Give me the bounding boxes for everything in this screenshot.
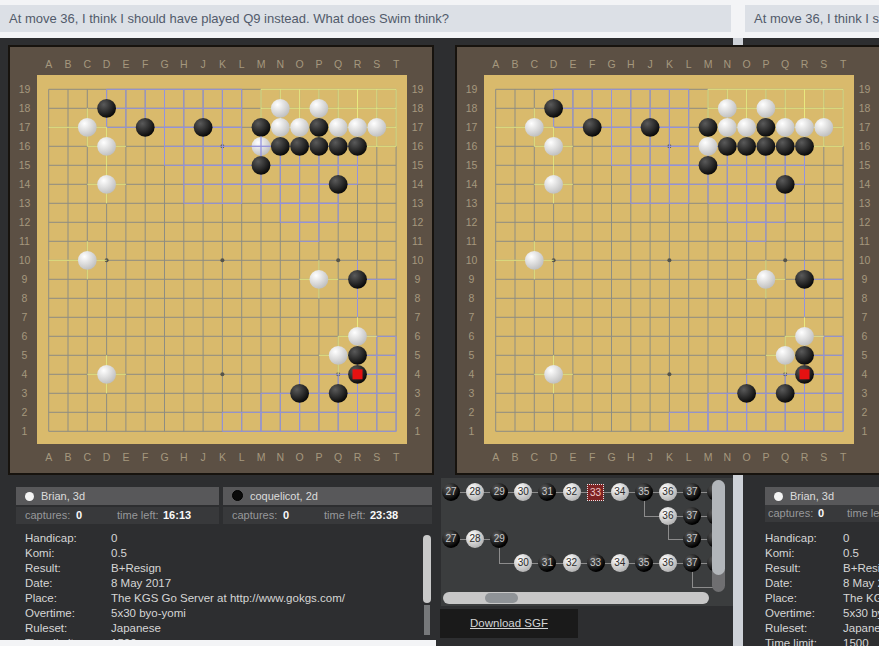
svg-text:1: 1 (22, 425, 28, 437)
game-info-row: Place:The KGS Go Server at http://www.go… (765, 591, 879, 606)
tree-node-28[interactable]: 28 (466, 483, 484, 501)
svg-text:3: 3 (862, 387, 868, 399)
svg-text:18: 18 (19, 102, 31, 114)
svg-text:15: 15 (19, 159, 31, 171)
stone-white-O17 (290, 118, 309, 137)
time-left-label: time left: (847, 505, 879, 522)
stone-black-P17 (757, 118, 776, 137)
goban-board-1[interactable]: AABBCCDDEEFFGGHHJJKKLLMMNNOOPPQQRRSSTT19… (8, 45, 434, 475)
svg-text:17: 17 (466, 121, 478, 133)
download-sgf-button[interactable]: Download SGF (440, 609, 578, 638)
stone-white-N18 (718, 99, 737, 118)
tree-node-36[interactable]: 36 (659, 507, 677, 525)
white-player-bar-post2: Brian, 3d (765, 487, 879, 505)
white-player-name: Brian, 3d (41, 490, 85, 502)
svg-text:R: R (801, 451, 809, 463)
stone-black-P16 (310, 137, 329, 156)
svg-text:11: 11 (859, 235, 870, 247)
svg-text:C: C (84, 451, 92, 463)
svg-text:2: 2 (862, 406, 868, 418)
svg-text:Q: Q (334, 451, 342, 463)
tree-node-37[interactable]: 37 (683, 554, 701, 572)
svg-text:C: C (84, 58, 92, 70)
stone-white-N18 (271, 99, 290, 118)
svg-text:1: 1 (469, 425, 475, 437)
tree-node-33[interactable]: 33 (587, 484, 604, 501)
svg-text:5: 5 (862, 349, 868, 361)
game-info-row: Place:The KGS Go Server at http://www.go… (25, 591, 417, 606)
svg-text:12: 12 (19, 216, 31, 228)
svg-text:15: 15 (412, 159, 424, 171)
svg-text:T: T (393, 58, 400, 70)
tree-node-29[interactable]: 29 (490, 483, 508, 501)
svg-text:N: N (277, 451, 285, 463)
svg-text:6: 6 (415, 330, 421, 342)
svg-text:L: L (239, 451, 245, 463)
svg-text:N: N (277, 58, 285, 70)
svg-text:13: 13 (19, 197, 31, 209)
stone-black-P16 (757, 137, 776, 156)
black-time-value: 23:38 (370, 507, 398, 524)
game-info-row: Komi:0.5 (25, 546, 417, 561)
captures-label: captures: (25, 507, 70, 524)
svg-text:R: R (354, 451, 362, 463)
game-info-row: Time limit:1500 (765, 636, 879, 646)
svg-text:J: J (647, 451, 652, 463)
svg-text:12: 12 (466, 216, 478, 228)
tree-node-35[interactable]: 35 (635, 554, 653, 572)
svg-text:H: H (627, 451, 635, 463)
game-info-row: Date:8 May 2017 (765, 576, 879, 591)
svg-text:7: 7 (469, 311, 475, 323)
svg-text:2: 2 (22, 406, 28, 418)
svg-text:G: G (160, 451, 168, 463)
svg-text:8: 8 (862, 292, 868, 304)
svg-text:H: H (180, 58, 188, 70)
black-captures-value: 0 (283, 507, 289, 524)
stone-white-P9 (310, 270, 329, 289)
svg-text:15: 15 (859, 159, 871, 171)
svg-text:11: 11 (19, 235, 30, 247)
comment-bar-left: At move 36, I think I should have played… (0, 5, 731, 32)
stone-white-C17 (78, 118, 97, 137)
game-info-list: Handicap:0Komi:0.5Result:B+ResignDate:8 … (25, 531, 417, 640)
tree-node-33[interactable]: 33 (587, 554, 605, 572)
stone-white-R6 (795, 327, 814, 346)
stone-white-R17 (348, 118, 367, 137)
svg-text:17: 17 (19, 121, 31, 133)
svg-text:E: E (122, 58, 129, 70)
svg-text:J: J (200, 58, 205, 70)
svg-text:F: F (142, 451, 148, 463)
svg-text:R: R (354, 58, 362, 70)
svg-text:7: 7 (862, 311, 868, 323)
svg-text:11: 11 (412, 235, 423, 247)
svg-text:B: B (511, 58, 518, 70)
black-player-name: coquelicot, 2d (250, 490, 318, 502)
svg-text:E: E (122, 451, 129, 463)
svg-text:D: D (103, 58, 111, 70)
svg-text:19: 19 (466, 83, 478, 95)
stone-black-Q14 (329, 175, 348, 194)
svg-text:B: B (511, 451, 518, 463)
stone-black-Q3 (329, 384, 348, 403)
svg-text:5: 5 (469, 349, 475, 361)
svg-text:B: B (64, 58, 71, 70)
svg-text:D: D (550, 451, 558, 463)
stone-white-R17 (795, 118, 814, 137)
game-info-row: Komi:0.5 (765, 546, 879, 561)
svg-text:M: M (704, 58, 713, 70)
white-captures-row-post2: captures: 0 time left: (765, 505, 879, 522)
svg-text:3: 3 (469, 387, 475, 399)
tree-node-31[interactable]: 31 (538, 554, 556, 572)
stone-white-Q17 (329, 118, 348, 137)
stone-black-R9 (348, 270, 367, 289)
game-info-row: Result:B+Resign (25, 561, 417, 576)
svg-text:7: 7 (415, 311, 421, 323)
svg-text:P: P (762, 451, 769, 463)
svg-text:R: R (801, 58, 809, 70)
stone-black-O16 (737, 137, 756, 156)
svg-text:9: 9 (415, 273, 421, 285)
game-info-row: Result:B+Resign (765, 561, 879, 576)
black-stone-icon (232, 490, 243, 501)
svg-text:18: 18 (466, 102, 478, 114)
comment-text-right: At move 36, I think I s (754, 11, 879, 26)
tree-horizontal-scrollbar[interactable] (443, 592, 709, 604)
stone-black-N16 (718, 137, 737, 156)
stone-black-Q14 (776, 175, 795, 194)
svg-text:O: O (296, 451, 304, 463)
tree-node-36[interactable]: 36 (659, 483, 677, 501)
stone-black-F17 (136, 118, 155, 137)
svg-text:S: S (373, 58, 380, 70)
svg-text:P: P (315, 58, 322, 70)
svg-text:M: M (704, 451, 713, 463)
stone-black-Q16 (776, 137, 795, 156)
svg-text:O: O (296, 58, 304, 70)
goban-board-2[interactable]: AABBCCDDEEFFGGHHJJKKLLMMNNOOPPQQRRSSTT19… (455, 45, 879, 475)
tree-node-30[interactable]: 30 (514, 483, 532, 501)
svg-text:Q: Q (781, 58, 789, 70)
black-captures-row: captures: 0 time left: 23:38 (223, 507, 432, 524)
svg-text:O: O (743, 58, 751, 70)
svg-text:M: M (257, 451, 266, 463)
svg-text:10: 10 (466, 254, 478, 266)
svg-text:16: 16 (859, 140, 871, 152)
svg-text:Q: Q (781, 451, 789, 463)
stone-black-O16 (290, 137, 309, 156)
svg-text:H: H (627, 58, 635, 70)
stone-white-C10 (78, 251, 97, 270)
svg-text:8: 8 (415, 292, 421, 304)
svg-text:C: C (531, 58, 539, 70)
svg-text:F: F (589, 58, 595, 70)
black-player-bar: coquelicot, 2d (223, 487, 432, 505)
stone-white-N17 (271, 118, 290, 137)
svg-text:K: K (219, 58, 226, 70)
game-info-row: Ruleset:Japanese (765, 621, 879, 636)
svg-text:9: 9 (862, 273, 868, 285)
tree-vertical-scrollbar[interactable] (712, 480, 725, 592)
stone-black-F17 (583, 118, 602, 137)
white-time-value: 16:13 (163, 507, 191, 524)
svg-text:L: L (686, 58, 692, 70)
svg-text:T: T (393, 451, 400, 463)
stone-black-O3 (290, 384, 309, 403)
svg-text:14: 14 (859, 178, 871, 190)
tree-node-36[interactable]: 36 (659, 554, 677, 572)
svg-text:G: G (160, 58, 168, 70)
svg-text:10: 10 (19, 254, 31, 266)
tree-node-37[interactable]: 37 (683, 483, 701, 501)
svg-text:13: 13 (412, 197, 424, 209)
stone-black-R5 (795, 346, 814, 365)
svg-text:A: A (492, 451, 499, 463)
svg-text:12: 12 (859, 216, 871, 228)
svg-text:S: S (373, 451, 380, 463)
svg-text:1: 1 (862, 425, 868, 437)
stone-black-M15 (699, 156, 718, 175)
white-stone-icon (774, 492, 783, 501)
svg-text:10: 10 (859, 254, 871, 266)
svg-text:10: 10 (412, 254, 424, 266)
svg-text:L: L (686, 451, 692, 463)
svg-text:4: 4 (22, 368, 28, 380)
svg-text:H: H (180, 451, 188, 463)
download-sgf-label[interactable]: Download SGF (470, 617, 548, 629)
tree-vscroll-thumb[interactable] (712, 480, 725, 575)
svg-text:19: 19 (859, 83, 871, 95)
stone-white-D16 (544, 137, 563, 156)
svg-text:3: 3 (415, 387, 421, 399)
tree-connector (644, 500, 645, 516)
game-info-row: Handicap:0 (765, 531, 879, 546)
svg-text:11: 11 (466, 235, 477, 247)
stone-black-J17 (641, 118, 660, 137)
tree-node-32[interactable]: 32 (563, 483, 581, 501)
svg-text:A: A (492, 58, 499, 70)
white-captures-row: captures: 0 time left: 16:13 (16, 507, 219, 524)
svg-text:E: E (569, 451, 576, 463)
svg-text:13: 13 (466, 197, 478, 209)
stone-black-D18 (544, 99, 563, 118)
svg-text:T: T (840, 451, 847, 463)
svg-text:T: T (840, 58, 847, 70)
svg-text:Q: Q (334, 58, 342, 70)
stone-white-S17 (814, 118, 833, 137)
stone-white-M16 (699, 137, 718, 156)
tree-connector (692, 571, 693, 587)
stone-white-D14 (97, 175, 116, 194)
svg-text:J: J (200, 451, 205, 463)
svg-text:6: 6 (22, 330, 28, 342)
stone-white-P18 (757, 99, 776, 118)
comment-text-left: At move 36, I think I should have played… (9, 11, 449, 26)
tree-connector (499, 547, 500, 563)
game-info-row: Handicap:0 (25, 531, 417, 546)
svg-text:N: N (724, 451, 732, 463)
svg-text:L: L (239, 58, 245, 70)
stone-black-R9 (795, 270, 814, 289)
stone-white-R6 (348, 327, 367, 346)
svg-text:8: 8 (469, 292, 475, 304)
svg-text:19: 19 (19, 83, 31, 95)
white-captures-value: 0 (76, 507, 82, 524)
svg-text:G: G (607, 451, 615, 463)
last-move-marker (800, 369, 810, 379)
svg-text:M: M (257, 58, 266, 70)
captures-label: captures: (232, 507, 277, 524)
svg-text:A: A (45, 451, 52, 463)
svg-text:18: 18 (859, 102, 871, 114)
stone-white-D16 (97, 137, 116, 156)
svg-text:P: P (315, 451, 322, 463)
svg-text:5: 5 (415, 349, 421, 361)
svg-text:13: 13 (859, 197, 871, 209)
svg-text:B: B (64, 451, 71, 463)
white-captures-value: 0 (818, 505, 824, 522)
stone-white-D4 (544, 365, 563, 384)
svg-text:14: 14 (19, 178, 31, 190)
svg-text:D: D (103, 451, 111, 463)
stone-black-D18 (97, 99, 116, 118)
svg-text:7: 7 (22, 311, 28, 323)
stone-black-M15 (252, 156, 271, 175)
tree-node-28[interactable]: 28 (466, 530, 484, 548)
svg-text:9: 9 (22, 273, 28, 285)
tree-node-32[interactable]: 32 (563, 554, 581, 572)
game-info-row: Time limit:1500 (25, 636, 417, 640)
svg-text:F: F (142, 58, 148, 70)
svg-text:N: N (724, 58, 732, 70)
svg-text:12: 12 (412, 216, 424, 228)
svg-text:A: A (45, 58, 52, 70)
stone-black-O3 (737, 384, 756, 403)
svg-text:15: 15 (466, 159, 478, 171)
white-player-name: Brian, 3d (790, 490, 834, 502)
tree-node-37[interactable]: 37 (683, 507, 701, 525)
time-left-label: time left: (324, 507, 366, 524)
white-stone-icon (25, 492, 34, 501)
svg-text:4: 4 (469, 368, 475, 380)
info-scrollbar[interactable] (423, 535, 431, 635)
stone-black-Q16 (329, 137, 348, 156)
game-info-row: Overtime:5x30 byo-yomi (765, 606, 879, 621)
svg-text:O: O (743, 451, 751, 463)
tree-hscroll-thumb[interactable] (485, 593, 518, 603)
tree-node-27[interactable]: 27 (442, 530, 460, 548)
stone-white-P9 (757, 270, 776, 289)
stone-black-N16 (271, 137, 290, 156)
comment-bar-right: At move 36, I think I s (745, 5, 879, 32)
stone-black-R16 (795, 137, 814, 156)
white-player-bar: Brian, 3d (16, 487, 219, 505)
game-info-row: Date:8 May 2017 (25, 576, 417, 591)
svg-text:S: S (820, 58, 827, 70)
tree-node-31[interactable]: 31 (538, 483, 556, 501)
stone-white-N17 (718, 118, 737, 137)
game-info-list-post2: Handicap:0Komi:0.5Result:B+ResignDate:8 … (765, 531, 879, 646)
stone-black-J17 (194, 118, 213, 137)
svg-text:8: 8 (22, 292, 28, 304)
stone-white-Q17 (776, 118, 795, 137)
stone-white-P18 (310, 99, 329, 118)
svg-text:1: 1 (415, 425, 421, 437)
game-info-row: Overtime:5x30 byo-yomi (25, 606, 417, 621)
stone-white-O17 (737, 118, 756, 137)
tree-node-29[interactable]: 29 (490, 530, 508, 548)
svg-text:9: 9 (469, 273, 475, 285)
stone-white-Q5 (776, 346, 795, 365)
svg-text:16: 16 (412, 140, 424, 152)
stone-black-P17 (310, 118, 329, 137)
info-scrollbar-thumb[interactable] (423, 535, 431, 603)
last-move-marker (353, 369, 363, 379)
tree-node-34[interactable]: 34 (611, 554, 629, 572)
tree-node-27[interactable]: 27 (442, 483, 460, 501)
tree-node-30[interactable]: 30 (514, 554, 532, 572)
svg-text:18: 18 (412, 102, 424, 114)
stone-white-Q5 (329, 346, 348, 365)
svg-text:E: E (569, 58, 576, 70)
svg-text:D: D (550, 58, 558, 70)
svg-text:17: 17 (412, 121, 424, 133)
svg-text:16: 16 (466, 140, 478, 152)
svg-text:4: 4 (862, 368, 868, 380)
svg-text:S: S (820, 451, 827, 463)
stone-white-D4 (97, 365, 116, 384)
svg-text:17: 17 (859, 121, 871, 133)
svg-text:16: 16 (19, 140, 31, 152)
svg-text:4: 4 (415, 368, 421, 380)
svg-text:K: K (219, 451, 226, 463)
svg-text:19: 19 (412, 83, 424, 95)
svg-text:P: P (762, 58, 769, 70)
svg-text:K: K (666, 58, 673, 70)
tree-node-35[interactable]: 35 (635, 483, 653, 501)
svg-text:J: J (647, 58, 652, 70)
time-left-label: time left: (117, 507, 159, 524)
svg-text:2: 2 (415, 406, 421, 418)
stone-white-D14 (544, 175, 563, 194)
stone-white-C17 (525, 118, 544, 137)
tree-node-37[interactable]: 37 (683, 530, 701, 548)
stone-white-C10 (525, 251, 544, 270)
tree-node-34[interactable]: 34 (611, 483, 629, 501)
stone-black-R16 (348, 137, 367, 156)
svg-text:6: 6 (469, 330, 475, 342)
stone-white-S17 (367, 118, 386, 137)
svg-text:14: 14 (466, 178, 478, 190)
svg-text:2: 2 (469, 406, 475, 418)
stone-black-M17 (699, 118, 718, 137)
info-scrollbar-track[interactable] (424, 605, 430, 635)
game-info-row: Ruleset:Japanese (25, 621, 417, 636)
svg-text:F: F (589, 451, 595, 463)
svg-text:K: K (666, 451, 673, 463)
svg-text:14: 14 (412, 178, 424, 190)
stone-black-Q3 (776, 384, 795, 403)
svg-text:G: G (607, 58, 615, 70)
svg-text:6: 6 (862, 330, 868, 342)
svg-text:C: C (531, 451, 539, 463)
move-tree-panel[interactable]: 2728293031323334353637363727282937303132… (441, 478, 733, 606)
tree-connector (668, 524, 669, 540)
svg-text:3: 3 (22, 387, 28, 399)
captures-label: captures: (768, 505, 813, 522)
